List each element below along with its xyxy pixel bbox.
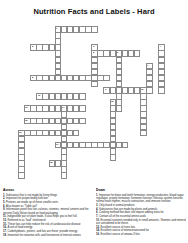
crossword-cell[interactable] — [61, 124, 68, 131]
across-clues-section: Across 1. Substance that is not made by … — [3, 188, 94, 243]
clue-number: 9 — [105, 88, 106, 90]
clue-number: 15 — [25, 119, 27, 121]
across-clue-list: 1. Substance that is not made by living … — [3, 193, 94, 237]
crossword-cell[interactable] — [55, 38, 62, 45]
page-title: Nutrition Facts and Labels - Hard — [0, 7, 188, 16]
crossword-cell[interactable] — [103, 75, 110, 82]
crossword-cell[interactable] — [79, 93, 86, 100]
crossword-cell[interactable] — [110, 136, 117, 143]
crossword-cell[interactable] — [116, 105, 123, 112]
crossword-cell[interactable] — [110, 154, 117, 161]
clue-number: 5 — [93, 51, 94, 53]
clue-number: 12 — [111, 100, 113, 102]
clue-number: 16 — [19, 131, 21, 133]
crossword-cell[interactable] — [91, 81, 98, 88]
crossword-cell[interactable] — [61, 154, 68, 161]
clue-number: 7 — [147, 64, 148, 66]
crossword-cell[interactable] — [61, 111, 68, 118]
clue-number: 3 — [93, 45, 94, 47]
down-clue-list: 1. Important for bone and teeth formatio… — [96, 193, 186, 236]
crossword-cell[interactable] — [146, 81, 153, 88]
crossword-cell[interactable] — [18, 172, 25, 179]
clue-number: 1 — [56, 27, 57, 29]
clue-number: 17 — [56, 143, 58, 145]
clue-number: 11 — [38, 94, 40, 96]
clue-item: 9. Information panel that lists calories… — [3, 208, 94, 215]
crossword-cell[interactable] — [91, 26, 98, 33]
crossword-cell[interactable] — [55, 69, 62, 76]
crossword-cell[interactable] — [134, 50, 141, 57]
crossword-cell[interactable] — [122, 142, 129, 149]
clue-number: 13 — [25, 106, 27, 108]
clue-item: 18. Important for repairing cells and fu… — [3, 233, 94, 236]
crossword-cell[interactable] — [61, 136, 68, 143]
clue-item: 1. Important for bone and teeth formatio… — [96, 193, 186, 203]
clue-number: 18 — [50, 161, 52, 163]
crossword-cell[interactable]: 3 — [91, 44, 98, 51]
clue-number: 14 — [62, 106, 64, 108]
crossword-cell[interactable] — [61, 172, 68, 179]
clue-number: 4 — [160, 45, 161, 47]
clue-number: 6 — [117, 51, 118, 53]
clue-number: 2 — [32, 45, 33, 47]
crossword-cell[interactable] — [146, 87, 153, 94]
clue-item: 10. Essential nutrients needed only in s… — [96, 218, 186, 225]
crossword-cell[interactable] — [140, 130, 147, 137]
down-clues-section: Down 1. Important for bone and teeth for… — [96, 188, 186, 243]
crossword-cell[interactable] — [79, 118, 86, 125]
clue-item: 16. Excellent source of omega-3 fats — [96, 232, 186, 235]
clue-number: 10 — [141, 88, 143, 90]
down-header: Down — [96, 188, 186, 192]
crossword-cell[interactable] — [91, 69, 98, 76]
crossword-cell[interactable] — [116, 81, 123, 88]
across-header: Across — [3, 188, 94, 192]
crossword-cell[interactable] — [79, 105, 86, 112]
crossword-cell[interactable] — [73, 130, 80, 137]
crossword-cell[interactable] — [158, 87, 165, 94]
clue-number: 8 — [32, 76, 33, 78]
